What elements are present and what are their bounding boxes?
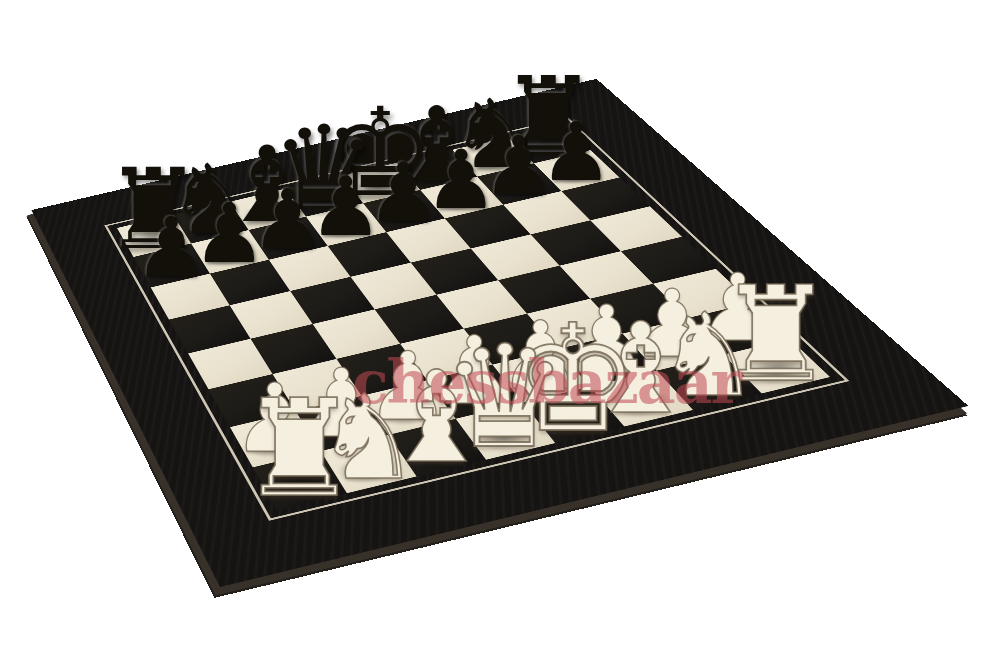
piece-black-pawn[interactable]: ♟: [130, 206, 213, 289]
product-photo: ♜♞♝♛♚♝♞♜♟♟♟♟♟♟♟♟♟♟♟♟♟♟♟♟♜♞♝♛♚♝♞♜ chessba…: [0, 0, 1000, 667]
pieces-layer: ♜♞♝♛♚♝♞♜♟♟♟♟♟♟♟♟♟♟♟♟♟♟♟♟♜♞♝♛♚♝♞♜: [0, 0, 1000, 667]
piece-white-rook[interactable]: ♜: [232, 382, 366, 516]
